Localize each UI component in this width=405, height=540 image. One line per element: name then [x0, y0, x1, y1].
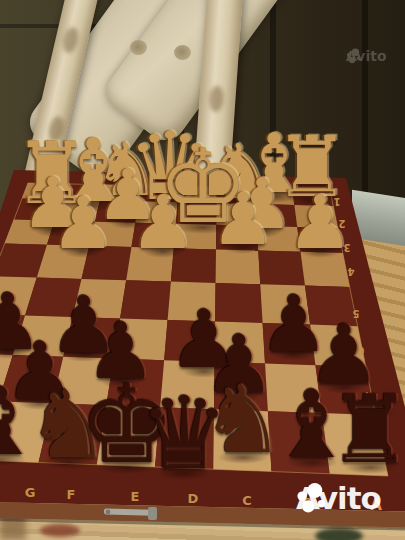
- watermark-brand: Avito: [296, 480, 381, 516]
- piece-black-rook-a8: ♜: [328, 383, 405, 477]
- piece-black-queen-d8: ♛: [139, 384, 229, 484]
- pieces-layer: ♝♞♜♞♛♝♜♟♚♟♟♟♟♟♟♟♟♟♟♟♟♟♟♞♝♞♝♚♜♛: [0, 0, 405, 540]
- piece-white-pawn-c3: ♟: [211, 183, 276, 255]
- chess-set-photo: GFEDCBA12345678 ♝♞♜♞♛♝♜♟♚♟♟♟♟♟♟♟♟♟♟♟♟♟♟♞…: [0, 0, 405, 540]
- piece-white-pawn-e3: ♟: [130, 185, 196, 259]
- watermark-brand: Avito: [346, 48, 387, 64]
- piece-white-pawn-a3: ♟: [287, 185, 353, 259]
- piece-white-pawn-g3: ♟: [51, 187, 116, 259]
